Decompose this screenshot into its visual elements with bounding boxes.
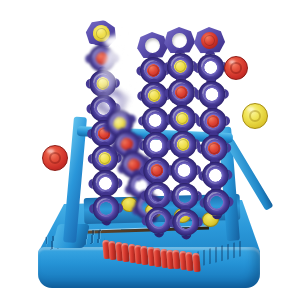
slot-c3-r2 bbox=[140, 82, 168, 110]
ring bbox=[197, 53, 225, 81]
ring bbox=[167, 79, 195, 107]
ring bbox=[170, 156, 198, 184]
cap-hex bbox=[137, 31, 169, 58]
ring bbox=[200, 134, 228, 162]
cap-hole bbox=[172, 33, 188, 49]
spinner-cap bbox=[195, 26, 223, 54]
flying-red-disc[interactable] bbox=[42, 145, 68, 171]
ring bbox=[140, 82, 168, 110]
slot-c3-r1 bbox=[139, 57, 167, 85]
slot-c1-r6 bbox=[92, 170, 120, 198]
ring bbox=[201, 161, 229, 189]
flying-yellow-disc[interactable] bbox=[242, 103, 268, 129]
ring bbox=[202, 188, 230, 216]
slot-c1-r7 bbox=[92, 195, 120, 223]
scoring-peg[interactable] bbox=[192, 253, 201, 273]
ring bbox=[199, 107, 227, 135]
slot-c5-r5 bbox=[201, 161, 229, 189]
ring bbox=[198, 80, 226, 108]
spinner-cap bbox=[166, 27, 194, 55]
ring bbox=[139, 57, 167, 85]
slot-c4-r1 bbox=[166, 53, 194, 81]
ring bbox=[145, 206, 173, 234]
cap-hex bbox=[164, 26, 196, 53]
slot-c3-r4 bbox=[142, 131, 170, 159]
slot-c3-r3 bbox=[141, 106, 169, 134]
ring bbox=[169, 130, 197, 158]
connect4-spin-scene bbox=[0, 0, 300, 300]
slot-c4-r6 bbox=[171, 182, 199, 210]
slot-c5-r2 bbox=[198, 80, 226, 108]
slot-c4-r2 bbox=[167, 79, 195, 107]
ring bbox=[92, 170, 120, 198]
cap-hex bbox=[193, 26, 225, 53]
slot-c3-r5 bbox=[143, 156, 171, 184]
ring bbox=[144, 181, 172, 209]
ring bbox=[141, 106, 169, 134]
ring bbox=[142, 131, 170, 159]
slot-c5-r4 bbox=[200, 134, 228, 162]
slot-c4-r7 bbox=[172, 208, 200, 236]
ring bbox=[92, 195, 120, 223]
slot-c5-r1 bbox=[197, 53, 225, 81]
cap-hole bbox=[145, 38, 161, 54]
ring bbox=[168, 104, 196, 132]
slot-c3-r7 bbox=[145, 206, 173, 234]
slot-c4-r5 bbox=[170, 156, 198, 184]
slot-c5-r3 bbox=[199, 107, 227, 135]
spinner-cap bbox=[139, 32, 167, 60]
slot-c3-r6 bbox=[144, 181, 172, 209]
slot-c5-r6 bbox=[202, 188, 230, 216]
flying-red-disc[interactable] bbox=[224, 56, 248, 80]
slot-c4-r3 bbox=[168, 104, 196, 132]
red-disc bbox=[201, 32, 219, 50]
ring bbox=[143, 156, 171, 184]
ring bbox=[171, 182, 199, 210]
slot-c4-r4 bbox=[169, 130, 197, 158]
ring bbox=[166, 53, 194, 81]
motion-glint bbox=[104, 36, 120, 47]
ring bbox=[172, 208, 200, 236]
